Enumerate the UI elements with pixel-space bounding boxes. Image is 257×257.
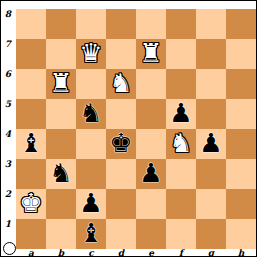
square-g7[interactable] bbox=[196, 39, 226, 69]
piece-black-knight-b3[interactable]: ♞ bbox=[46, 159, 76, 189]
square-d2[interactable] bbox=[106, 189, 136, 219]
square-f3[interactable] bbox=[166, 159, 196, 189]
square-c2[interactable]: ♟ bbox=[76, 189, 106, 219]
square-e6[interactable] bbox=[136, 69, 166, 99]
square-a8[interactable] bbox=[16, 9, 46, 39]
piece-white-knight-d6[interactable]: ♞ bbox=[106, 69, 136, 99]
square-a1[interactable] bbox=[16, 219, 46, 249]
square-b6[interactable]: ♜ bbox=[46, 69, 76, 99]
square-g6[interactable] bbox=[196, 69, 226, 99]
square-f8[interactable] bbox=[166, 9, 196, 39]
square-h2[interactable] bbox=[226, 189, 256, 219]
square-g2[interactable] bbox=[196, 189, 226, 219]
square-b5[interactable] bbox=[46, 99, 76, 129]
square-a6[interactable] bbox=[16, 69, 46, 99]
square-b1[interactable] bbox=[46, 219, 76, 249]
piece-black-pawn-g4[interactable]: ♟ bbox=[196, 129, 226, 159]
square-h6[interactable] bbox=[226, 69, 256, 99]
piece-black-pawn-e3[interactable]: ♟ bbox=[136, 159, 166, 189]
square-e1[interactable] bbox=[136, 219, 166, 249]
piece-white-rook-b6[interactable]: ♜ bbox=[46, 69, 76, 99]
rank-label-6: 6 bbox=[1, 69, 15, 99]
square-a3[interactable] bbox=[16, 159, 46, 189]
square-a7[interactable] bbox=[16, 39, 46, 69]
file-label-c: c bbox=[76, 248, 106, 257]
square-f1[interactable] bbox=[166, 219, 196, 249]
square-a2[interactable]: ♚ bbox=[16, 189, 46, 219]
square-b2[interactable] bbox=[46, 189, 76, 219]
file-label-h: h bbox=[226, 248, 256, 257]
square-f7[interactable] bbox=[166, 39, 196, 69]
square-c3[interactable] bbox=[76, 159, 106, 189]
square-d4[interactable]: ♚ bbox=[106, 129, 136, 159]
file-label-a: a bbox=[16, 248, 46, 257]
square-h8[interactable] bbox=[226, 9, 256, 39]
square-c5[interactable]: ♞ bbox=[76, 99, 106, 129]
square-e7[interactable]: ♜ bbox=[136, 39, 166, 69]
rank-label-7: 7 bbox=[1, 39, 15, 69]
rank-label-8: 8 bbox=[1, 9, 15, 39]
square-d3[interactable] bbox=[106, 159, 136, 189]
square-f5[interactable]: ♟ bbox=[166, 99, 196, 129]
rank-label-4: 4 bbox=[1, 129, 15, 159]
rank-label-2: 2 bbox=[1, 189, 15, 219]
square-f6[interactable] bbox=[166, 69, 196, 99]
square-c1[interactable]: ♝ bbox=[76, 219, 106, 249]
piece-black-king-d4[interactable]: ♚ bbox=[106, 129, 136, 159]
square-d8[interactable] bbox=[106, 9, 136, 39]
rank-label-5: 5 bbox=[1, 99, 15, 129]
square-e4[interactable] bbox=[136, 129, 166, 159]
square-d7[interactable] bbox=[106, 39, 136, 69]
square-f4[interactable]: ♞ bbox=[166, 129, 196, 159]
square-d1[interactable] bbox=[106, 219, 136, 249]
file-label-f: f bbox=[166, 248, 196, 257]
chess-diagram: ♛♜♜♞♞♟♝♚♞♟♞♟♚♟♝ 87654321 abcdefgh bbox=[0, 0, 257, 257]
piece-white-king-a2[interactable]: ♚ bbox=[16, 189, 46, 219]
square-e8[interactable] bbox=[136, 9, 166, 39]
square-b4[interactable] bbox=[46, 129, 76, 159]
square-c6[interactable] bbox=[76, 69, 106, 99]
square-b7[interactable] bbox=[46, 39, 76, 69]
square-h7[interactable] bbox=[226, 39, 256, 69]
piece-white-rook-e7[interactable]: ♜ bbox=[136, 39, 166, 69]
square-g8[interactable] bbox=[196, 9, 226, 39]
square-g5[interactable] bbox=[196, 99, 226, 129]
piece-black-bishop-a4[interactable]: ♝ bbox=[16, 129, 46, 159]
file-label-g: g bbox=[196, 248, 226, 257]
square-a4[interactable]: ♝ bbox=[16, 129, 46, 159]
square-c8[interactable] bbox=[76, 9, 106, 39]
square-h5[interactable] bbox=[226, 99, 256, 129]
square-c7[interactable]: ♛ bbox=[76, 39, 106, 69]
square-d6[interactable]: ♞ bbox=[106, 69, 136, 99]
rank-label-3: 3 bbox=[1, 159, 15, 189]
piece-black-pawn-c2[interactable]: ♟ bbox=[76, 189, 106, 219]
file-label-d: d bbox=[106, 248, 136, 257]
square-d5[interactable] bbox=[106, 99, 136, 129]
square-h3[interactable] bbox=[226, 159, 256, 189]
white-to-move-indicator bbox=[3, 242, 16, 255]
square-b8[interactable] bbox=[46, 9, 76, 39]
piece-black-bishop-c1[interactable]: ♝ bbox=[76, 219, 106, 249]
square-g3[interactable] bbox=[196, 159, 226, 189]
piece-white-knight-f4[interactable]: ♞ bbox=[166, 129, 196, 159]
square-b3[interactable]: ♞ bbox=[46, 159, 76, 189]
square-e2[interactable] bbox=[136, 189, 166, 219]
square-g1[interactable] bbox=[196, 219, 226, 249]
chess-board: ♛♜♜♞♞♟♝♚♞♟♞♟♚♟♝ bbox=[16, 9, 256, 249]
square-g4[interactable]: ♟ bbox=[196, 129, 226, 159]
file-label-e: e bbox=[136, 248, 166, 257]
piece-white-queen-c7[interactable]: ♛ bbox=[76, 39, 106, 69]
piece-black-pawn-f5[interactable]: ♟ bbox=[166, 99, 196, 129]
square-e5[interactable] bbox=[136, 99, 166, 129]
square-h1[interactable] bbox=[226, 219, 256, 249]
square-f2[interactable] bbox=[166, 189, 196, 219]
square-c4[interactable] bbox=[76, 129, 106, 159]
file-label-b: b bbox=[46, 248, 76, 257]
square-a5[interactable] bbox=[16, 99, 46, 129]
square-h4[interactable] bbox=[226, 129, 256, 159]
square-e3[interactable]: ♟ bbox=[136, 159, 166, 189]
piece-black-knight-c5[interactable]: ♞ bbox=[76, 99, 106, 129]
